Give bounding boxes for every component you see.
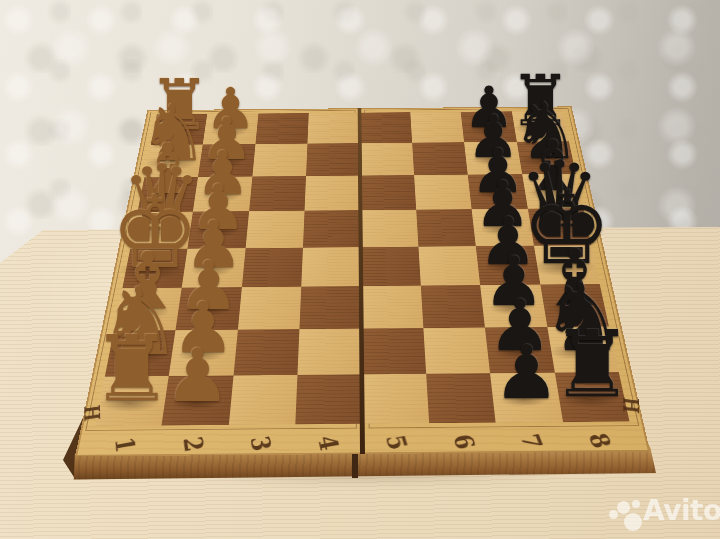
avito-watermark: Avito	[606, 494, 720, 527]
avito-watermark-text: Avito	[643, 494, 720, 527]
pieces-layer: ♜♟♟♜♞♟♟♞♝♟♟♝♛♟♟♛♚♟♟♚♝♟♟♝♞♟♟♞♜♟♟♜	[0, 0, 720, 539]
black-pawn-h7[interactable]: ♟	[493, 335, 559, 409]
black-rook-h8[interactable]: ♜	[551, 319, 633, 411]
white-rook-h1[interactable]: ♜	[91, 324, 173, 415]
white-pawn-h2[interactable]: ♟	[165, 338, 231, 411]
avito-logo-icon	[606, 495, 638, 527]
scene: 12345678 Н Н ♜♟♟♜♞♟♟♞♝♟♟♝♛♟♟♛♚♟♟♚♝♟♟♝♞♟♟…	[0, 0, 720, 539]
